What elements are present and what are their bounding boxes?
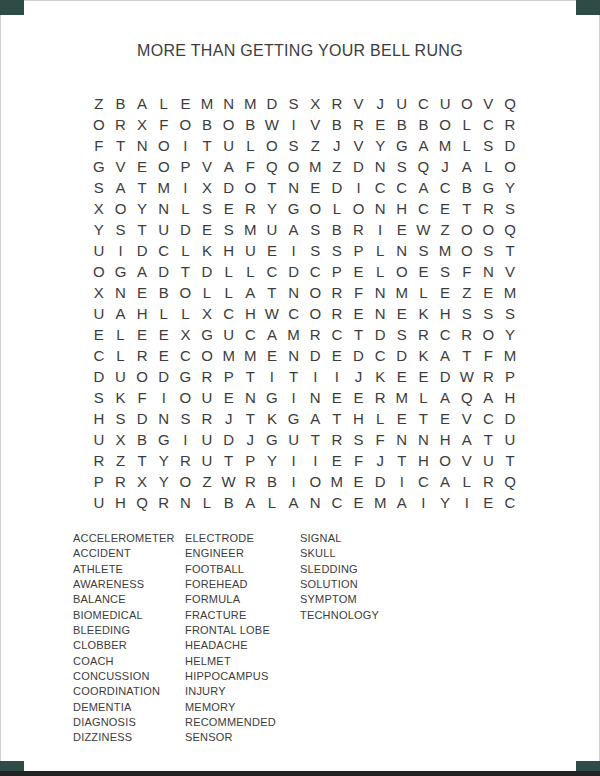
- grid-cell-r6c11[interactable]: O: [304, 198, 326, 219]
- grid-cell-r19c8[interactable]: R: [239, 471, 261, 492]
- grid-cell-r20c17[interactable]: Y: [434, 492, 456, 513]
- grid-cell-r10c16[interactable]: L: [413, 282, 435, 303]
- grid-cell-r14c6[interactable]: R: [196, 366, 218, 387]
- grid-cell-r20c7[interactable]: B: [218, 492, 240, 513]
- grid-cell-r18c2[interactable]: Z: [110, 450, 132, 471]
- grid-cell-r19c1[interactable]: P: [88, 471, 110, 492]
- grid-cell-r5c2[interactable]: A: [110, 177, 132, 198]
- grid-cell-r20c8[interactable]: A: [239, 492, 261, 513]
- grid-cell-r12c7[interactable]: U: [218, 324, 240, 345]
- grid-cell-r6c8[interactable]: R: [239, 198, 261, 219]
- grid-cell-r20c20[interactable]: C: [499, 492, 521, 513]
- grid-cell-r14c7[interactable]: P: [218, 366, 240, 387]
- grid-cell-r17c10[interactable]: U: [283, 429, 305, 450]
- grid-cell-r14c11[interactable]: I: [304, 366, 326, 387]
- grid-cell-r9c7[interactable]: L: [218, 261, 240, 282]
- grid-cell-r9c16[interactable]: E: [413, 261, 435, 282]
- grid-cell-r8c11[interactable]: S: [304, 240, 326, 261]
- grid-cell-r8c18[interactable]: O: [456, 240, 478, 261]
- grid-cell-r3c2[interactable]: T: [110, 135, 132, 156]
- grid-cell-r19c18[interactable]: L: [456, 471, 478, 492]
- grid-cell-r8c2[interactable]: I: [110, 240, 132, 261]
- grid-cell-r1c19[interactable]: V: [478, 93, 500, 114]
- grid-cell-r15c4[interactable]: I: [153, 387, 175, 408]
- grid-cell-r7c19[interactable]: O: [478, 219, 500, 240]
- grid-cell-r14c12[interactable]: I: [326, 366, 348, 387]
- grid-cell-r14c1[interactable]: D: [88, 366, 110, 387]
- grid-cell-r18c20[interactable]: T: [499, 450, 521, 471]
- grid-cell-r13c17[interactable]: A: [434, 345, 456, 366]
- grid-cell-r8c3[interactable]: D: [131, 240, 153, 261]
- grid-cell-r16c19[interactable]: C: [478, 408, 500, 429]
- grid-cell-r1c16[interactable]: C: [413, 93, 435, 114]
- grid-cell-r3c9[interactable]: O: [261, 135, 283, 156]
- grid-cell-r9c9[interactable]: C: [261, 261, 283, 282]
- grid-cell-r3c18[interactable]: L: [456, 135, 478, 156]
- grid-cell-r17c18[interactable]: A: [456, 429, 478, 450]
- grid-cell-r3c8[interactable]: L: [239, 135, 261, 156]
- grid-cell-r7c15[interactable]: E: [391, 219, 413, 240]
- grid-cell-r7c17[interactable]: Z: [434, 219, 456, 240]
- grid-cell-r16c6[interactable]: R: [196, 408, 218, 429]
- grid-cell-r20c19[interactable]: E: [478, 492, 500, 513]
- grid-cell-r2c1[interactable]: O: [88, 114, 110, 135]
- grid-cell-r9c20[interactable]: V: [499, 261, 521, 282]
- grid-cell-r11c11[interactable]: O: [304, 303, 326, 324]
- grid-cell-r15c2[interactable]: K: [110, 387, 132, 408]
- grid-cell-r18c13[interactable]: F: [348, 450, 370, 471]
- grid-cell-r14c4[interactable]: D: [153, 366, 175, 387]
- grid-cell-r11c4[interactable]: L: [153, 303, 175, 324]
- grid-cell-r14c14[interactable]: K: [369, 366, 391, 387]
- grid-cell-r12c13[interactable]: T: [348, 324, 370, 345]
- grid-cell-r11c13[interactable]: E: [348, 303, 370, 324]
- grid-cell-r9c4[interactable]: D: [153, 261, 175, 282]
- grid-cell-r11c18[interactable]: S: [456, 303, 478, 324]
- grid-cell-r12c9[interactable]: A: [261, 324, 283, 345]
- grid-cell-r7c10[interactable]: A: [283, 219, 305, 240]
- grid-cell-r15c11[interactable]: N: [304, 387, 326, 408]
- grid-cell-r13c12[interactable]: E: [326, 345, 348, 366]
- grid-cell-r17c13[interactable]: S: [348, 429, 370, 450]
- grid-cell-r13c10[interactable]: N: [283, 345, 305, 366]
- grid-cell-r6c12[interactable]: L: [326, 198, 348, 219]
- grid-cell-r4c3[interactable]: E: [131, 156, 153, 177]
- grid-cell-r10c4[interactable]: B: [153, 282, 175, 303]
- grid-cell-r4c1[interactable]: G: [88, 156, 110, 177]
- grid-cell-r3c3[interactable]: N: [131, 135, 153, 156]
- grid-cell-r14c17[interactable]: D: [434, 366, 456, 387]
- grid-cell-r15c18[interactable]: Q: [456, 387, 478, 408]
- grid-cell-r3c4[interactable]: O: [153, 135, 175, 156]
- grid-cell-r20c1[interactable]: U: [88, 492, 110, 513]
- grid-cell-r13c4[interactable]: E: [153, 345, 175, 366]
- grid-cell-r12c12[interactable]: C: [326, 324, 348, 345]
- grid-cell-r2c18[interactable]: L: [456, 114, 478, 135]
- grid-cell-r19c4[interactable]: Y: [153, 471, 175, 492]
- grid-cell-r13c19[interactable]: F: [478, 345, 500, 366]
- grid-cell-r2c16[interactable]: B: [413, 114, 435, 135]
- grid-cell-r11c3[interactable]: H: [131, 303, 153, 324]
- grid-cell-r16c9[interactable]: K: [261, 408, 283, 429]
- grid-cell-r17c17[interactable]: H: [434, 429, 456, 450]
- grid-cell-r14c15[interactable]: E: [391, 366, 413, 387]
- grid-cell-r19c13[interactable]: E: [348, 471, 370, 492]
- grid-cell-r9c18[interactable]: F: [456, 261, 478, 282]
- grid-cell-r17c19[interactable]: T: [478, 429, 500, 450]
- grid-cell-r16c20[interactable]: D: [499, 408, 521, 429]
- grid-cell-r12c10[interactable]: M: [283, 324, 305, 345]
- grid-cell-r6c4[interactable]: N: [153, 198, 175, 219]
- grid-cell-r16c8[interactable]: T: [239, 408, 261, 429]
- grid-cell-r17c12[interactable]: R: [326, 429, 348, 450]
- grid-cell-r10c1[interactable]: X: [88, 282, 110, 303]
- grid-cell-r15c6[interactable]: U: [196, 387, 218, 408]
- grid-cell-r20c6[interactable]: L: [196, 492, 218, 513]
- grid-cell-r17c8[interactable]: J: [239, 429, 261, 450]
- grid-cell-r9c14[interactable]: L: [369, 261, 391, 282]
- grid-cell-r2c17[interactable]: O: [434, 114, 456, 135]
- grid-cell-r9c11[interactable]: C: [304, 261, 326, 282]
- grid-cell-r6c1[interactable]: X: [88, 198, 110, 219]
- grid-cell-r4c7[interactable]: A: [218, 156, 240, 177]
- grid-cell-r6c15[interactable]: H: [391, 198, 413, 219]
- grid-cell-r11c2[interactable]: A: [110, 303, 132, 324]
- grid-cell-r8c15[interactable]: N: [391, 240, 413, 261]
- grid-cell-r5c7[interactable]: D: [218, 177, 240, 198]
- grid-cell-r11c9[interactable]: W: [261, 303, 283, 324]
- grid-cell-r13c1[interactable]: C: [88, 345, 110, 366]
- grid-cell-r6c9[interactable]: Y: [261, 198, 283, 219]
- grid-cell-r3c5[interactable]: I: [175, 135, 197, 156]
- grid-cell-r20c12[interactable]: C: [326, 492, 348, 513]
- grid-cell-r7c13[interactable]: R: [348, 219, 370, 240]
- grid-cell-r11c19[interactable]: S: [478, 303, 500, 324]
- grid-cell-r12c19[interactable]: O: [478, 324, 500, 345]
- grid-cell-r16c12[interactable]: T: [326, 408, 348, 429]
- grid-cell-r6c14[interactable]: N: [369, 198, 391, 219]
- grid-cell-r19c7[interactable]: W: [218, 471, 240, 492]
- grid-cell-r13c3[interactable]: R: [131, 345, 153, 366]
- grid-cell-r11c6[interactable]: X: [196, 303, 218, 324]
- grid-cell-r16c7[interactable]: J: [218, 408, 240, 429]
- grid-cell-r7c6[interactable]: E: [196, 219, 218, 240]
- grid-cell-r2c6[interactable]: B: [196, 114, 218, 135]
- grid-cell-r2c9[interactable]: W: [261, 114, 283, 135]
- grid-cell-r15c1[interactable]: S: [88, 387, 110, 408]
- grid-cell-r19c20[interactable]: Q: [499, 471, 521, 492]
- grid-cell-r5c20[interactable]: Y: [499, 177, 521, 198]
- grid-cell-r15c19[interactable]: A: [478, 387, 500, 408]
- grid-cell-r17c14[interactable]: F: [369, 429, 391, 450]
- grid-cell-r18c15[interactable]: T: [391, 450, 413, 471]
- grid-cell-r16c1[interactable]: H: [88, 408, 110, 429]
- grid-cell-r15c15[interactable]: M: [391, 387, 413, 408]
- grid-cell-r13c16[interactable]: K: [413, 345, 435, 366]
- grid-cell-r17c11[interactable]: T: [304, 429, 326, 450]
- grid-cell-r7c8[interactable]: M: [239, 219, 261, 240]
- grid-cell-r10c11[interactable]: O: [304, 282, 326, 303]
- grid-cell-r5c12[interactable]: D: [326, 177, 348, 198]
- grid-cell-r8c20[interactable]: T: [499, 240, 521, 261]
- grid-cell-r11c7[interactable]: C: [218, 303, 240, 324]
- grid-cell-r4c17[interactable]: J: [434, 156, 456, 177]
- grid-cell-r16c16[interactable]: T: [413, 408, 435, 429]
- grid-cell-r4c18[interactable]: A: [456, 156, 478, 177]
- grid-cell-r16c11[interactable]: A: [304, 408, 326, 429]
- grid-cell-r18c8[interactable]: P: [239, 450, 261, 471]
- grid-cell-r18c6[interactable]: U: [196, 450, 218, 471]
- grid-cell-r8c10[interactable]: I: [283, 240, 305, 261]
- grid-cell-r4c16[interactable]: Q: [413, 156, 435, 177]
- grid-cell-r8c5[interactable]: L: [175, 240, 197, 261]
- grid-cell-r17c9[interactable]: G: [261, 429, 283, 450]
- grid-cell-r11c1[interactable]: U: [88, 303, 110, 324]
- grid-cell-r10c5[interactable]: O: [175, 282, 197, 303]
- grid-cell-r16c17[interactable]: E: [434, 408, 456, 429]
- grid-cell-r20c15[interactable]: A: [391, 492, 413, 513]
- grid-cell-r14c5[interactable]: G: [175, 366, 197, 387]
- grid-cell-r4c2[interactable]: V: [110, 156, 132, 177]
- grid-cell-r12c4[interactable]: E: [153, 324, 175, 345]
- grid-cell-r12c14[interactable]: D: [369, 324, 391, 345]
- grid-cell-r19c16[interactable]: C: [413, 471, 435, 492]
- grid-cell-r14c20[interactable]: P: [499, 366, 521, 387]
- grid-cell-r8c7[interactable]: H: [218, 240, 240, 261]
- grid-cell-r15c8[interactable]: N: [239, 387, 261, 408]
- grid-cell-r11c14[interactable]: N: [369, 303, 391, 324]
- grid-cell-r1c7[interactable]: N: [218, 93, 240, 114]
- grid-cell-r17c15[interactable]: N: [391, 429, 413, 450]
- grid-cell-r16c3[interactable]: D: [131, 408, 153, 429]
- grid-cell-r18c9[interactable]: Y: [261, 450, 283, 471]
- grid-cell-r1c5[interactable]: E: [175, 93, 197, 114]
- grid-cell-r7c2[interactable]: S: [110, 219, 132, 240]
- grid-cell-r6c16[interactable]: C: [413, 198, 435, 219]
- grid-cell-r12c5[interactable]: X: [175, 324, 197, 345]
- grid-cell-r7c14[interactable]: I: [369, 219, 391, 240]
- grid-cell-r9c6[interactable]: D: [196, 261, 218, 282]
- grid-cell-r11c20[interactable]: S: [499, 303, 521, 324]
- grid-cell-r20c9[interactable]: L: [261, 492, 283, 513]
- grid-cell-r13c20[interactable]: M: [499, 345, 521, 366]
- grid-cell-r10c15[interactable]: M: [391, 282, 413, 303]
- grid-cell-r14c16[interactable]: E: [413, 366, 435, 387]
- grid-cell-r1c2[interactable]: B: [110, 93, 132, 114]
- grid-cell-r15c12[interactable]: E: [326, 387, 348, 408]
- grid-cell-r13c15[interactable]: D: [391, 345, 413, 366]
- grid-cell-r11c5[interactable]: L: [175, 303, 197, 324]
- grid-cell-r1c9[interactable]: D: [261, 93, 283, 114]
- grid-cell-r13c2[interactable]: L: [110, 345, 132, 366]
- grid-cell-r8c6[interactable]: K: [196, 240, 218, 261]
- grid-cell-r18c18[interactable]: V: [456, 450, 478, 471]
- grid-cell-r5c11[interactable]: E: [304, 177, 326, 198]
- grid-cell-r3c16[interactable]: A: [413, 135, 435, 156]
- grid-cell-r19c5[interactable]: O: [175, 471, 197, 492]
- grid-cell-r14c13[interactable]: J: [348, 366, 370, 387]
- grid-cell-r1c20[interactable]: Q: [499, 93, 521, 114]
- grid-cell-r3c17[interactable]: M: [434, 135, 456, 156]
- grid-cell-r3c11[interactable]: Z: [304, 135, 326, 156]
- grid-cell-r12c11[interactable]: R: [304, 324, 326, 345]
- grid-cell-r18c10[interactable]: I: [283, 450, 305, 471]
- grid-cell-r16c18[interactable]: V: [456, 408, 478, 429]
- grid-cell-r10c2[interactable]: N: [110, 282, 132, 303]
- grid-cell-r13c5[interactable]: C: [175, 345, 197, 366]
- grid-cell-r14c19[interactable]: R: [478, 366, 500, 387]
- grid-cell-r3c6[interactable]: T: [196, 135, 218, 156]
- grid-cell-r7c4[interactable]: U: [153, 219, 175, 240]
- grid-cell-r13c11[interactable]: D: [304, 345, 326, 366]
- grid-cell-r13c7[interactable]: M: [218, 345, 240, 366]
- grid-cell-r6c6[interactable]: S: [196, 198, 218, 219]
- grid-cell-r10c14[interactable]: N: [369, 282, 391, 303]
- grid-cell-r3c12[interactable]: J: [326, 135, 348, 156]
- grid-cell-r9c8[interactable]: L: [239, 261, 261, 282]
- grid-cell-r8c12[interactable]: S: [326, 240, 348, 261]
- grid-cell-r18c14[interactable]: J: [369, 450, 391, 471]
- grid-cell-r13c18[interactable]: T: [456, 345, 478, 366]
- grid-cell-r1c12[interactable]: R: [326, 93, 348, 114]
- grid-cell-r6c2[interactable]: O: [110, 198, 132, 219]
- grid-cell-r3c7[interactable]: U: [218, 135, 240, 156]
- grid-cell-r20c3[interactable]: Q: [131, 492, 153, 513]
- grid-cell-r8c8[interactable]: U: [239, 240, 261, 261]
- grid-cell-r11c17[interactable]: H: [434, 303, 456, 324]
- grid-cell-r4c20[interactable]: O: [499, 156, 521, 177]
- grid-cell-r20c14[interactable]: M: [369, 492, 391, 513]
- grid-cell-r12c17[interactable]: C: [434, 324, 456, 345]
- grid-cell-r8c17[interactable]: M: [434, 240, 456, 261]
- grid-cell-r5c14[interactable]: C: [369, 177, 391, 198]
- grid-cell-r16c5[interactable]: S: [175, 408, 197, 429]
- grid-cell-r1c1[interactable]: Z: [88, 93, 110, 114]
- grid-cell-r15c17[interactable]: A: [434, 387, 456, 408]
- grid-cell-r18c11[interactable]: I: [304, 450, 326, 471]
- grid-cell-r6c19[interactable]: R: [478, 198, 500, 219]
- grid-cell-r6c10[interactable]: G: [283, 198, 305, 219]
- grid-cell-r1c11[interactable]: X: [304, 93, 326, 114]
- grid-cell-r1c4[interactable]: L: [153, 93, 175, 114]
- grid-cell-r3c15[interactable]: G: [391, 135, 413, 156]
- grid-cell-r2c13[interactable]: R: [348, 114, 370, 135]
- grid-cell-r17c3[interactable]: B: [131, 429, 153, 450]
- grid-cell-r6c17[interactable]: E: [434, 198, 456, 219]
- grid-cell-r7c18[interactable]: O: [456, 219, 478, 240]
- grid-cell-r14c3[interactable]: O: [131, 366, 153, 387]
- grid-cell-r1c10[interactable]: S: [283, 93, 305, 114]
- grid-cell-r14c9[interactable]: I: [261, 366, 283, 387]
- grid-cell-r7c7[interactable]: S: [218, 219, 240, 240]
- grid-cell-r5c10[interactable]: N: [283, 177, 305, 198]
- grid-cell-r12c6[interactable]: G: [196, 324, 218, 345]
- grid-cell-r17c2[interactable]: X: [110, 429, 132, 450]
- grid-cell-r1c6[interactable]: M: [196, 93, 218, 114]
- grid-cell-r11c10[interactable]: C: [283, 303, 305, 324]
- grid-cell-r17c1[interactable]: U: [88, 429, 110, 450]
- grid-cell-r5c6[interactable]: X: [196, 177, 218, 198]
- grid-cell-r18c4[interactable]: Y: [153, 450, 175, 471]
- grid-cell-r9c12[interactable]: P: [326, 261, 348, 282]
- grid-cell-r8c13[interactable]: P: [348, 240, 370, 261]
- grid-cell-r13c6[interactable]: O: [196, 345, 218, 366]
- grid-cell-r2c14[interactable]: E: [369, 114, 391, 135]
- grid-cell-r17c4[interactable]: G: [153, 429, 175, 450]
- grid-cell-r7c16[interactable]: W: [413, 219, 435, 240]
- grid-cell-r3c20[interactable]: D: [499, 135, 521, 156]
- grid-cell-r19c11[interactable]: O: [304, 471, 326, 492]
- grid-cell-r1c3[interactable]: A: [131, 93, 153, 114]
- grid-cell-r9c1[interactable]: O: [88, 261, 110, 282]
- grid-cell-r10c13[interactable]: F: [348, 282, 370, 303]
- grid-cell-r16c2[interactable]: S: [110, 408, 132, 429]
- grid-cell-r10c17[interactable]: E: [434, 282, 456, 303]
- grid-cell-r20c5[interactable]: N: [175, 492, 197, 513]
- grid-cell-r9c15[interactable]: O: [391, 261, 413, 282]
- grid-cell-r10c6[interactable]: L: [196, 282, 218, 303]
- grid-cell-r9c5[interactable]: T: [175, 261, 197, 282]
- grid-cell-r18c12[interactable]: E: [326, 450, 348, 471]
- grid-cell-r19c2[interactable]: R: [110, 471, 132, 492]
- grid-cell-r2c10[interactable]: I: [283, 114, 305, 135]
- grid-cell-r12c20[interactable]: Y: [499, 324, 521, 345]
- grid-cell-r7c5[interactable]: D: [175, 219, 197, 240]
- grid-cell-r7c12[interactable]: B: [326, 219, 348, 240]
- grid-cell-r19c12[interactable]: M: [326, 471, 348, 492]
- grid-cell-r20c13[interactable]: E: [348, 492, 370, 513]
- grid-cell-r10c9[interactable]: T: [261, 282, 283, 303]
- grid-cell-r12c16[interactable]: R: [413, 324, 435, 345]
- grid-cell-r5c8[interactable]: O: [239, 177, 261, 198]
- grid-cell-r9c17[interactable]: S: [434, 261, 456, 282]
- grid-cell-r9c19[interactable]: N: [478, 261, 500, 282]
- grid-cell-r19c6[interactable]: Z: [196, 471, 218, 492]
- grid-cell-r4c13[interactable]: D: [348, 156, 370, 177]
- grid-cell-r6c7[interactable]: E: [218, 198, 240, 219]
- grid-cell-r15c13[interactable]: E: [348, 387, 370, 408]
- grid-cell-r12c2[interactable]: L: [110, 324, 132, 345]
- grid-cell-r20c2[interactable]: H: [110, 492, 132, 513]
- grid-cell-r5c5[interactable]: I: [175, 177, 197, 198]
- grid-cell-r8c16[interactable]: S: [413, 240, 435, 261]
- grid-cell-r15c5[interactable]: O: [175, 387, 197, 408]
- grid-cell-r15c9[interactable]: G: [261, 387, 283, 408]
- grid-cell-r9c2[interactable]: G: [110, 261, 132, 282]
- grid-cell-r15c16[interactable]: L: [413, 387, 435, 408]
- grid-cell-r10c18[interactable]: Z: [456, 282, 478, 303]
- grid-cell-r13c13[interactable]: D: [348, 345, 370, 366]
- grid-cell-r14c2[interactable]: U: [110, 366, 132, 387]
- grid-cell-r6c20[interactable]: S: [499, 198, 521, 219]
- grid-cell-r7c9[interactable]: U: [261, 219, 283, 240]
- grid-cell-r10c12[interactable]: R: [326, 282, 348, 303]
- grid-cell-r2c11[interactable]: V: [304, 114, 326, 135]
- grid-cell-r18c3[interactable]: T: [131, 450, 153, 471]
- grid-cell-r19c15[interactable]: I: [391, 471, 413, 492]
- grid-cell-r2c19[interactable]: C: [478, 114, 500, 135]
- grid-cell-r14c18[interactable]: W: [456, 366, 478, 387]
- grid-cell-r1c15[interactable]: U: [391, 93, 413, 114]
- grid-cell-r16c14[interactable]: L: [369, 408, 391, 429]
- grid-cell-r18c1[interactable]: R: [88, 450, 110, 471]
- grid-cell-r12c3[interactable]: E: [131, 324, 153, 345]
- grid-cell-r20c4[interactable]: R: [153, 492, 175, 513]
- grid-cell-r15c10[interactable]: I: [283, 387, 305, 408]
- grid-cell-r6c5[interactable]: L: [175, 198, 197, 219]
- grid-cell-r6c13[interactable]: O: [348, 198, 370, 219]
- grid-cell-r11c15[interactable]: E: [391, 303, 413, 324]
